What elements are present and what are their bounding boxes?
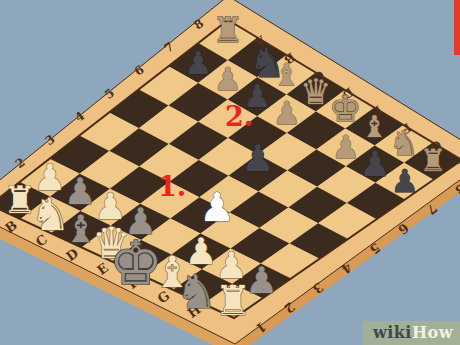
wikihow-watermark: wikiHow [363, 321, 460, 345]
piece-black-rook-a8: ♜ [212, 9, 243, 50]
piece-black-rook-h8: ♜ [419, 143, 446, 178]
wikihow-chess-illustration: 87654321ABCDEFGHABCDEFGH12345678♜♟♞♝♟♛♟♚… [0, 0, 460, 345]
corner-ribbon [454, 0, 460, 55]
piece-black-pawn-g7: ♟ [359, 144, 390, 184]
piece-black-bishop-f8: ♝ [361, 109, 388, 144]
piece-white-knight-g1: ♞ [176, 264, 218, 319]
piece-black-bishop-c8: ♝ [273, 57, 300, 92]
piece-white-rook-h1: ♜ [215, 277, 252, 325]
piece-white-pawn-e4: ♟ [199, 184, 235, 230]
piece-black-pawn-e5: ♟ [241, 137, 274, 180]
move-number-1: 1. [158, 171, 186, 202]
piece-black-pawn-d7: ♟ [272, 95, 300, 131]
piece-black-pawn-f7: ♟ [331, 129, 359, 165]
piece-black-pawn-b7: ♟ [213, 61, 241, 97]
chess-board: 87654321ABCDEFGHABCDEFGH12345678♜♟♞♝♟♛♟♚… [0, 0, 460, 345]
watermark-wiki: wiki [373, 321, 412, 345]
piece-black-pawn-h7: ♟ [390, 163, 418, 199]
watermark-how: How [412, 321, 453, 345]
piece-black-queen-d8: ♛ [300, 71, 331, 112]
move-number-2: 2. [225, 101, 253, 132]
piece-black-king-e8: ♚ [329, 87, 362, 130]
piece-black-pawn-a7: ♟ [184, 45, 212, 81]
piece-black-knight-g8: ♞ [389, 124, 419, 163]
